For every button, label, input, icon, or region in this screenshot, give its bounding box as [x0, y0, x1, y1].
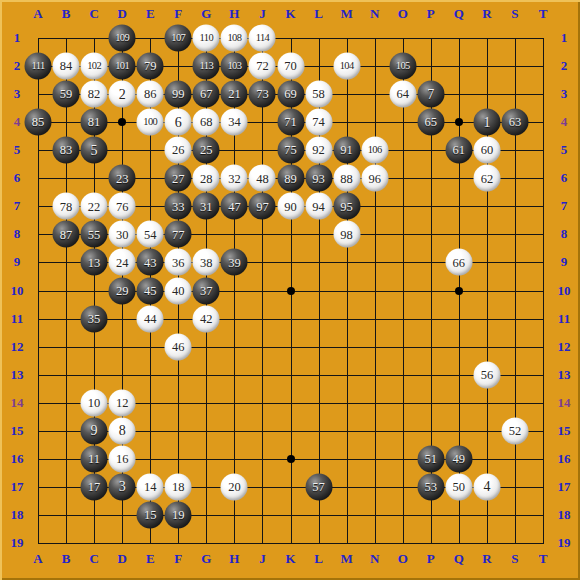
stone-black-M7: 95 — [333, 193, 360, 220]
stone-white-M6: 88 — [333, 165, 360, 192]
col-label-bottom-R: R — [482, 551, 491, 567]
stone-white-E17: 14 — [137, 473, 164, 500]
col-label-bottom-N: N — [370, 551, 379, 567]
stone-white-F5: 26 — [165, 137, 192, 164]
stone-white-H4: 34 — [221, 109, 248, 136]
move-number: 106 — [368, 145, 382, 156]
move-number: 79 — [144, 60, 157, 73]
stone-white-M8: 98 — [333, 221, 360, 248]
stone-black-D6: 23 — [109, 165, 136, 192]
col-label-top-B: B — [62, 6, 71, 22]
move-number: 61 — [453, 144, 466, 157]
move-number: 45 — [144, 284, 157, 297]
stone-white-D16: 16 — [109, 445, 136, 472]
stone-black-J3: 73 — [249, 81, 276, 108]
row-label-left-2: 2 — [14, 58, 21, 74]
grid-line-horizontal — [38, 375, 544, 376]
col-label-top-M: M — [340, 6, 352, 22]
row-label-right-13: 13 — [558, 367, 571, 383]
col-label-top-H: H — [229, 6, 239, 22]
move-number: 24 — [116, 256, 129, 269]
stone-black-K6: 89 — [277, 165, 304, 192]
stone-black-P17: 53 — [417, 473, 444, 500]
move-number: 81 — [88, 116, 101, 129]
stone-white-L4: 74 — [305, 109, 332, 136]
move-number: 78 — [60, 200, 73, 213]
col-label-bottom-H: H — [229, 551, 239, 567]
move-number: 73 — [256, 88, 269, 101]
stone-white-G6: 28 — [193, 165, 220, 192]
move-number: 85 — [32, 116, 45, 129]
move-number: 105 — [396, 61, 410, 72]
move-number: 107 — [171, 33, 185, 44]
col-label-top-N: N — [370, 6, 379, 22]
col-label-top-Q: Q — [454, 6, 464, 22]
grid-line-vertical — [375, 38, 376, 544]
stone-black-A4: 85 — [25, 109, 52, 136]
move-number: 54 — [144, 228, 157, 241]
stone-white-O3: 64 — [389, 81, 416, 108]
stone-white-D7: 76 — [109, 193, 136, 220]
stone-black-D10: 29 — [109, 277, 136, 304]
col-label-top-C: C — [89, 6, 98, 22]
grid-line-vertical — [347, 38, 348, 544]
stone-white-J1: 114 — [249, 25, 276, 52]
move-number: 26 — [172, 144, 185, 157]
move-number: 77 — [172, 228, 185, 241]
stone-white-H17: 20 — [221, 473, 248, 500]
col-label-bottom-Q: Q — [454, 551, 464, 567]
stone-white-R13: 56 — [473, 361, 500, 388]
stone-black-K3: 69 — [277, 81, 304, 108]
move-number: 17 — [88, 481, 101, 494]
col-label-bottom-P: P — [427, 551, 435, 567]
stone-white-G9: 38 — [193, 249, 220, 276]
stone-white-D14: 12 — [109, 389, 136, 416]
stone-black-G2: 113 — [193, 53, 220, 80]
stone-white-E3: 86 — [137, 81, 164, 108]
stone-black-L6: 93 — [305, 165, 332, 192]
row-label-left-19: 19 — [11, 535, 24, 551]
stone-black-F18: 19 — [165, 501, 192, 528]
stone-black-G5: 25 — [193, 137, 220, 164]
stone-black-D17: 3 — [109, 473, 136, 500]
stone-white-D3: 2 — [109, 81, 136, 108]
star-point-K10 — [287, 287, 295, 295]
move-number: 101 — [115, 61, 129, 72]
stone-white-C14: 10 — [81, 389, 108, 416]
stone-black-M5: 91 — [333, 137, 360, 164]
move-number: 36 — [172, 256, 185, 269]
move-number: 72 — [256, 60, 269, 73]
move-number: 8 — [119, 424, 126, 438]
move-number: 16 — [116, 453, 129, 466]
move-number: 68 — [200, 116, 213, 129]
move-number: 53 — [425, 481, 438, 494]
col-label-bottom-E: E — [146, 551, 155, 567]
col-label-bottom-B: B — [62, 551, 71, 567]
stone-white-L7: 94 — [305, 193, 332, 220]
move-number: 50 — [453, 481, 466, 494]
stone-black-C17: 17 — [81, 473, 108, 500]
move-number: 12 — [116, 396, 129, 409]
stone-white-F4: 6 — [165, 109, 192, 136]
grid-line-horizontal — [38, 347, 544, 348]
move-number: 76 — [116, 200, 129, 213]
row-label-right-19: 19 — [558, 535, 571, 551]
stone-black-G7: 31 — [193, 193, 220, 220]
stone-black-P16: 51 — [417, 445, 444, 472]
row-label-right-17: 17 — [558, 479, 571, 495]
move-number: 28 — [200, 172, 213, 185]
stone-white-B2: 84 — [53, 53, 80, 80]
move-number: 94 — [312, 200, 325, 213]
col-label-bottom-C: C — [89, 551, 98, 567]
move-number: 33 — [172, 200, 185, 213]
col-label-top-S: S — [511, 6, 518, 22]
stone-black-E9: 43 — [137, 249, 164, 276]
move-number: 48 — [256, 172, 269, 185]
move-number: 59 — [60, 88, 73, 101]
stone-white-Q17: 50 — [445, 473, 472, 500]
stone-black-C16: 11 — [81, 445, 108, 472]
col-label-bottom-J: J — [259, 551, 266, 567]
stone-black-E2: 79 — [137, 53, 164, 80]
row-label-left-4: 4 — [14, 114, 21, 130]
stone-black-A2: 111 — [25, 53, 52, 80]
stone-white-R17: 4 — [473, 473, 500, 500]
stone-black-C8: 55 — [81, 221, 108, 248]
stone-black-F7: 33 — [165, 193, 192, 220]
row-label-right-1: 1 — [561, 30, 568, 46]
stone-white-N6: 96 — [361, 165, 388, 192]
stone-white-E4: 100 — [137, 109, 164, 136]
move-number: 66 — [453, 256, 466, 269]
move-number: 9 — [91, 424, 98, 438]
star-point-K16 — [287, 455, 295, 463]
stone-white-E8: 54 — [137, 221, 164, 248]
col-label-bottom-K: K — [285, 551, 295, 567]
move-number: 56 — [481, 368, 494, 381]
move-number: 93 — [312, 172, 325, 185]
move-number: 82 — [88, 88, 101, 101]
star-point-Q4 — [455, 118, 463, 126]
move-number: 64 — [396, 88, 409, 101]
stone-black-B3: 59 — [53, 81, 80, 108]
move-number: 30 — [116, 228, 129, 241]
stone-white-R6: 62 — [473, 165, 500, 192]
stone-black-C11: 35 — [81, 305, 108, 332]
col-label-top-O: O — [398, 6, 408, 22]
stone-white-L3: 58 — [305, 81, 332, 108]
row-label-left-8: 8 — [14, 226, 21, 242]
col-label-top-P: P — [427, 6, 435, 22]
move-number: 6 — [175, 115, 182, 129]
col-label-top-J: J — [259, 6, 266, 22]
move-number: 67 — [200, 88, 213, 101]
move-number: 96 — [368, 172, 381, 185]
move-number: 65 — [425, 116, 438, 129]
row-label-right-14: 14 — [558, 395, 571, 411]
move-number: 95 — [340, 200, 353, 213]
move-number: 75 — [284, 144, 297, 157]
grid-line-vertical — [403, 38, 404, 544]
col-label-bottom-A: A — [33, 551, 42, 567]
stone-black-C5: 5 — [81, 137, 108, 164]
row-label-right-15: 15 — [558, 423, 571, 439]
move-number: 52 — [509, 425, 522, 438]
move-number: 15 — [144, 509, 157, 522]
stone-black-F1: 107 — [165, 25, 192, 52]
stone-white-C7: 22 — [81, 193, 108, 220]
stone-white-K7: 90 — [277, 193, 304, 220]
move-number: 38 — [200, 256, 213, 269]
move-number: 23 — [116, 172, 129, 185]
move-number: 29 — [116, 284, 129, 297]
stone-black-R4: 1 — [473, 109, 500, 136]
grid-line-vertical — [543, 38, 544, 544]
row-label-left-15: 15 — [11, 423, 24, 439]
row-label-right-7: 7 — [561, 198, 568, 214]
row-label-right-3: 3 — [561, 86, 568, 102]
move-number: 40 — [172, 284, 185, 297]
move-number: 62 — [481, 172, 494, 185]
stone-black-E18: 15 — [137, 501, 164, 528]
move-number: 11 — [88, 453, 100, 466]
stone-white-F9: 36 — [165, 249, 192, 276]
move-number: 58 — [312, 88, 325, 101]
stone-white-C3: 82 — [81, 81, 108, 108]
stone-white-S15: 52 — [501, 417, 528, 444]
stone-white-B7: 78 — [53, 193, 80, 220]
move-number: 91 — [340, 144, 353, 157]
row-label-left-6: 6 — [14, 170, 21, 186]
col-label-bottom-T: T — [539, 551, 548, 567]
move-number: 87 — [60, 228, 73, 241]
move-number: 55 — [88, 228, 101, 241]
move-number: 25 — [200, 144, 213, 157]
stone-black-G3: 67 — [193, 81, 220, 108]
move-number: 102 — [87, 61, 101, 72]
stone-white-F12: 46 — [165, 333, 192, 360]
move-number: 2 — [119, 87, 126, 101]
stone-black-J7: 97 — [249, 193, 276, 220]
stone-white-G4: 68 — [193, 109, 220, 136]
row-label-left-17: 17 — [11, 479, 24, 495]
move-number: 98 — [340, 228, 353, 241]
stone-black-C9: 13 — [81, 249, 108, 276]
stone-black-H2: 103 — [221, 53, 248, 80]
move-number: 84 — [60, 60, 73, 73]
col-label-top-F: F — [174, 6, 182, 22]
row-label-right-6: 6 — [561, 170, 568, 186]
row-label-left-14: 14 — [11, 395, 24, 411]
row-label-right-4: 4 — [561, 114, 568, 130]
stone-black-F3: 99 — [165, 81, 192, 108]
move-number: 39 — [228, 256, 241, 269]
move-number: 14 — [144, 481, 157, 494]
move-number: 103 — [227, 61, 241, 72]
move-number: 71 — [284, 116, 297, 129]
stone-black-G10: 37 — [193, 277, 220, 304]
stone-white-G1: 110 — [193, 25, 220, 52]
move-number: 109 — [115, 33, 129, 44]
move-number: 44 — [144, 312, 157, 325]
grid-line-horizontal — [38, 543, 544, 544]
stone-white-D15: 8 — [109, 417, 136, 444]
move-number: 114 — [256, 33, 270, 44]
move-number: 99 — [172, 88, 185, 101]
move-number: 10 — [88, 396, 101, 409]
row-label-left-18: 18 — [11, 507, 24, 523]
stone-black-D1: 109 — [109, 25, 136, 52]
col-label-bottom-L: L — [314, 551, 323, 567]
move-number: 90 — [284, 200, 297, 213]
row-label-left-7: 7 — [14, 198, 21, 214]
stone-white-N5: 106 — [361, 137, 388, 164]
move-number: 89 — [284, 172, 297, 185]
move-number: 63 — [509, 116, 522, 129]
stone-black-S4: 63 — [501, 109, 528, 136]
stone-black-H9: 39 — [221, 249, 248, 276]
stone-black-O2: 105 — [389, 53, 416, 80]
stone-white-L5: 92 — [305, 137, 332, 164]
row-label-right-12: 12 — [558, 339, 571, 355]
move-number: 18 — [172, 481, 185, 494]
stone-white-Q9: 66 — [445, 249, 472, 276]
col-label-top-L: L — [314, 6, 323, 22]
move-number: 1 — [483, 115, 490, 129]
move-number: 83 — [60, 144, 73, 157]
move-number: 5 — [91, 143, 98, 157]
move-number: 32 — [228, 172, 241, 185]
col-label-top-R: R — [482, 6, 491, 22]
row-label-right-11: 11 — [558, 311, 570, 327]
move-number: 100 — [143, 117, 157, 128]
move-number: 86 — [144, 88, 157, 101]
row-label-left-10: 10 — [11, 283, 24, 299]
stone-white-C2: 102 — [81, 53, 108, 80]
row-label-right-18: 18 — [558, 507, 571, 523]
row-label-left-13: 13 — [11, 367, 24, 383]
move-number: 7 — [427, 87, 434, 101]
stone-white-M2: 104 — [333, 53, 360, 80]
row-label-left-5: 5 — [14, 142, 21, 158]
col-label-top-A: A — [33, 6, 42, 22]
move-number: 88 — [340, 172, 353, 185]
stone-black-F8: 77 — [165, 221, 192, 248]
move-number: 3 — [119, 480, 126, 494]
row-label-right-16: 16 — [558, 451, 571, 467]
star-point-Q10 — [455, 287, 463, 295]
col-label-bottom-S: S — [511, 551, 518, 567]
move-number: 113 — [200, 61, 214, 72]
move-number: 13 — [88, 256, 101, 269]
row-label-left-1: 1 — [14, 30, 21, 46]
row-label-right-10: 10 — [558, 283, 571, 299]
move-number: 42 — [200, 312, 213, 325]
col-label-top-G: G — [201, 6, 211, 22]
stone-white-D9: 24 — [109, 249, 136, 276]
stone-white-J6: 48 — [249, 165, 276, 192]
move-number: 49 — [453, 453, 466, 466]
col-label-bottom-F: F — [174, 551, 182, 567]
col-label-bottom-G: G — [201, 551, 211, 567]
stone-black-Q5: 61 — [445, 137, 472, 164]
row-label-left-11: 11 — [11, 311, 23, 327]
move-number: 108 — [227, 33, 241, 44]
move-number: 70 — [284, 60, 297, 73]
col-label-top-T: T — [539, 6, 548, 22]
stone-white-E11: 44 — [137, 305, 164, 332]
move-number: 57 — [312, 481, 325, 494]
move-number: 51 — [425, 453, 438, 466]
grid-line-horizontal — [38, 515, 544, 516]
stone-black-B8: 87 — [53, 221, 80, 248]
move-number: 74 — [312, 116, 325, 129]
move-number: 111 — [31, 61, 44, 72]
stone-white-G11: 42 — [193, 305, 220, 332]
stone-black-E10: 45 — [137, 277, 164, 304]
move-number: 37 — [200, 284, 213, 297]
col-label-top-E: E — [146, 6, 155, 22]
stone-black-P3: 7 — [417, 81, 444, 108]
move-number: 31 — [200, 200, 213, 213]
stone-black-P4: 65 — [417, 109, 444, 136]
stone-black-C15: 9 — [81, 417, 108, 444]
move-number: 20 — [228, 481, 241, 494]
stone-black-K5: 75 — [277, 137, 304, 164]
col-label-bottom-O: O — [398, 551, 408, 567]
stone-white-H6: 32 — [221, 165, 248, 192]
col-label-top-K: K — [285, 6, 295, 22]
row-label-right-9: 9 — [561, 254, 568, 270]
stone-black-L17: 57 — [305, 473, 332, 500]
move-number: 46 — [172, 340, 185, 353]
stone-black-D2: 101 — [109, 53, 136, 80]
col-label-bottom-M: M — [340, 551, 352, 567]
row-label-right-5: 5 — [561, 142, 568, 158]
stone-black-C4: 81 — [81, 109, 108, 136]
row-label-left-9: 9 — [14, 254, 21, 270]
move-number: 97 — [256, 200, 269, 213]
move-number: 43 — [144, 256, 157, 269]
move-number: 104 — [340, 61, 354, 72]
move-number: 27 — [172, 172, 185, 185]
move-number: 22 — [88, 200, 101, 213]
move-number: 19 — [172, 509, 185, 522]
stone-white-F17: 18 — [165, 473, 192, 500]
move-number: 21 — [228, 88, 241, 101]
stone-white-H1: 108 — [221, 25, 248, 52]
stone-black-H7: 47 — [221, 193, 248, 220]
stone-black-F6: 27 — [165, 165, 192, 192]
col-label-top-D: D — [117, 6, 126, 22]
move-number: 110 — [200, 33, 214, 44]
stone-black-H3: 21 — [221, 81, 248, 108]
row-label-right-2: 2 — [561, 58, 568, 74]
move-number: 4 — [483, 480, 490, 494]
row-label-left-12: 12 — [11, 339, 24, 355]
go-board-diagram: ABCDEFGHJKLMNOPQRST ABCDEFGHJKLMNOPQRST … — [0, 0, 580, 580]
grid-line-horizontal — [38, 319, 544, 320]
stone-white-K2: 70 — [277, 53, 304, 80]
stone-white-F10: 40 — [165, 277, 192, 304]
move-number: 92 — [312, 144, 325, 157]
star-point-D4 — [118, 118, 126, 126]
move-number: 34 — [228, 116, 241, 129]
move-number: 69 — [284, 88, 297, 101]
